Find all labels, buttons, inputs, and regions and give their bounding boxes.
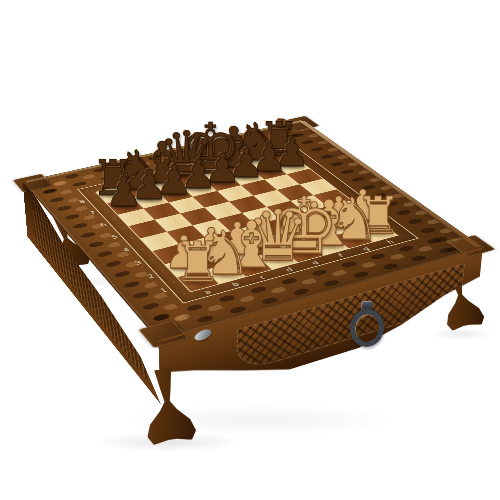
table-leg-front	[136, 366, 199, 447]
metal-corner-bracket	[193, 327, 213, 343]
piece-black-pawn-a7: ♟	[124, 206, 161, 248]
piece-black-pawn-e7: ♟	[222, 182, 258, 222]
piece-white-queen-d1: ♛	[278, 260, 341, 331]
drawer-ring-handle	[350, 301, 384, 347]
piece-shadow	[179, 276, 216, 287]
piece-white-knight-g1: ♞	[354, 239, 406, 297]
piece-black-pawn-c7: ♟	[174, 194, 211, 235]
piece-black-pawn-f7: ♟	[246, 177, 282, 217]
ring-circle	[348, 307, 387, 349]
piece-black-pawn-d7: ♟	[198, 188, 234, 229]
piece-shadow	[166, 262, 203, 273]
piece-black-pawn-b7: ♟	[149, 200, 186, 241]
leg-shape	[136, 366, 199, 447]
piece-shadow	[96, 190, 129, 200]
piece-white-rook-a1: ♜	[198, 281, 247, 336]
product-photo-scene: 12345678abcdefgh ♜♞♝♛♚♝♞♜♟♟♟♟♟♟♟♟♟♟♟♟♟♟♟…	[0, 0, 500, 500]
piece-black-pawn-h7: ♟	[292, 166, 327, 205]
piece-white-rook-h1: ♜	[378, 233, 424, 284]
piece-white-bishop-c1: ♝	[252, 267, 310, 332]
piece-black-pawn-g7: ♟	[269, 171, 304, 211]
piece-white-bishop-f1: ♝	[329, 246, 385, 309]
front-billboards-layer: ♜♞♝♛♚♝♞♜♟♟♟♟♟♟♟♟♟♟♟♟♟♟♟♟♜♞♝♛♚♝♞♜	[0, 0, 500, 500]
piece-shadow	[107, 201, 141, 211]
piece-white-knight-b1: ♞	[225, 274, 280, 335]
